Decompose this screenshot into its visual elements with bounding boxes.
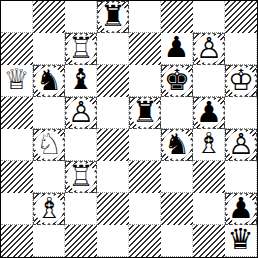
square-d8[interactable]: ♜ — [97, 1, 129, 33]
square-a2[interactable] — [1, 193, 33, 225]
white-rook: ♖ — [68, 34, 94, 63]
square-h2[interactable]: ♟ — [225, 193, 257, 225]
square-h4[interactable]: ♙ — [225, 129, 257, 161]
square-b4[interactable]: ♘ — [33, 129, 65, 161]
square-f4[interactable]: ♞ — [161, 129, 193, 161]
square-g5[interactable]: ♟ — [193, 97, 225, 129]
square-e6[interactable] — [129, 65, 161, 97]
square-e4[interactable] — [129, 129, 161, 161]
square-f2[interactable] — [161, 193, 193, 225]
square-g2[interactable] — [193, 193, 225, 225]
square-a5[interactable] — [1, 97, 33, 129]
square-f6[interactable]: ♚ — [161, 65, 193, 97]
square-b6[interactable]: ♞ — [33, 65, 65, 97]
square-a6[interactable]: ♕ — [1, 65, 33, 97]
square-c3[interactable]: ♖ — [65, 161, 97, 193]
square-g6[interactable] — [193, 65, 225, 97]
chess-board: ♜♖♟♙♕♞♝♚♔♙♜♟♘♞♗♙♖♗♟♛ — [1, 1, 257, 257]
black-knight: ♞ — [164, 130, 190, 159]
square-g8[interactable] — [193, 1, 225, 33]
square-c1[interactable] — [65, 225, 97, 257]
square-e5[interactable]: ♜ — [129, 97, 161, 129]
square-h8[interactable] — [225, 1, 257, 33]
black-queen: ♛ — [228, 225, 254, 254]
square-a7[interactable] — [1, 33, 33, 65]
square-f3[interactable] — [161, 161, 193, 193]
square-e8[interactable] — [129, 1, 161, 33]
white-pawn: ♙ — [68, 98, 94, 127]
square-d5[interactable] — [97, 97, 129, 129]
square-f7[interactable]: ♟ — [161, 33, 193, 65]
black-bishop: ♝ — [68, 65, 94, 94]
square-d7[interactable] — [97, 33, 129, 65]
square-g7[interactable]: ♙ — [193, 33, 225, 65]
white-king: ♔ — [228, 66, 254, 95]
square-d3[interactable] — [97, 161, 129, 193]
square-e2[interactable] — [129, 193, 161, 225]
square-f8[interactable] — [161, 1, 193, 33]
white-pawn: ♙ — [196, 34, 222, 63]
black-pawn: ♟ — [164, 33, 190, 62]
square-c8[interactable] — [65, 1, 97, 33]
square-b7[interactable] — [33, 33, 65, 65]
square-c6[interactable]: ♝ — [65, 65, 97, 97]
square-a3[interactable] — [1, 161, 33, 193]
square-e7[interactable] — [129, 33, 161, 65]
square-h5[interactable] — [225, 97, 257, 129]
square-a8[interactable] — [1, 1, 33, 33]
square-d1[interactable] — [97, 225, 129, 257]
black-rook: ♜ — [100, 2, 126, 31]
square-g1[interactable] — [193, 225, 225, 257]
white-knight: ♘ — [36, 130, 62, 159]
square-a4[interactable] — [1, 129, 33, 161]
white-bishop: ♗ — [196, 129, 222, 158]
square-e3[interactable] — [129, 161, 161, 193]
square-b3[interactable] — [33, 161, 65, 193]
square-h1[interactable]: ♛ — [225, 225, 257, 257]
black-pawn: ♟ — [196, 98, 222, 127]
square-b1[interactable] — [33, 225, 65, 257]
square-f5[interactable] — [161, 97, 193, 129]
square-g3[interactable] — [193, 161, 225, 193]
square-b8[interactable] — [33, 1, 65, 33]
square-c4[interactable] — [65, 129, 97, 161]
square-c5[interactable]: ♙ — [65, 97, 97, 129]
black-king: ♚ — [164, 66, 190, 95]
square-e1[interactable] — [129, 225, 161, 257]
square-d6[interactable] — [97, 65, 129, 97]
white-rook: ♖ — [68, 162, 94, 191]
square-b5[interactable] — [33, 97, 65, 129]
white-pawn: ♙ — [228, 130, 254, 159]
square-c2[interactable] — [65, 193, 97, 225]
square-h3[interactable] — [225, 161, 257, 193]
square-b2[interactable]: ♗ — [33, 193, 65, 225]
black-rook: ♜ — [132, 98, 158, 127]
square-a1[interactable] — [1, 225, 33, 257]
chess-board-frame: ♜♖♟♙♕♞♝♚♔♙♜♟♘♞♗♙♖♗♟♛ — [0, 0, 258, 258]
square-d4[interactable] — [97, 129, 129, 161]
white-bishop: ♗ — [36, 194, 62, 223]
square-h6[interactable]: ♔ — [225, 65, 257, 97]
square-h7[interactable] — [225, 33, 257, 65]
square-d2[interactable] — [97, 193, 129, 225]
square-g4[interactable]: ♗ — [193, 129, 225, 161]
black-pawn: ♟ — [228, 194, 254, 223]
square-c7[interactable]: ♖ — [65, 33, 97, 65]
square-f1[interactable] — [161, 225, 193, 257]
white-queen: ♕ — [4, 65, 30, 94]
black-knight: ♞ — [36, 66, 62, 95]
